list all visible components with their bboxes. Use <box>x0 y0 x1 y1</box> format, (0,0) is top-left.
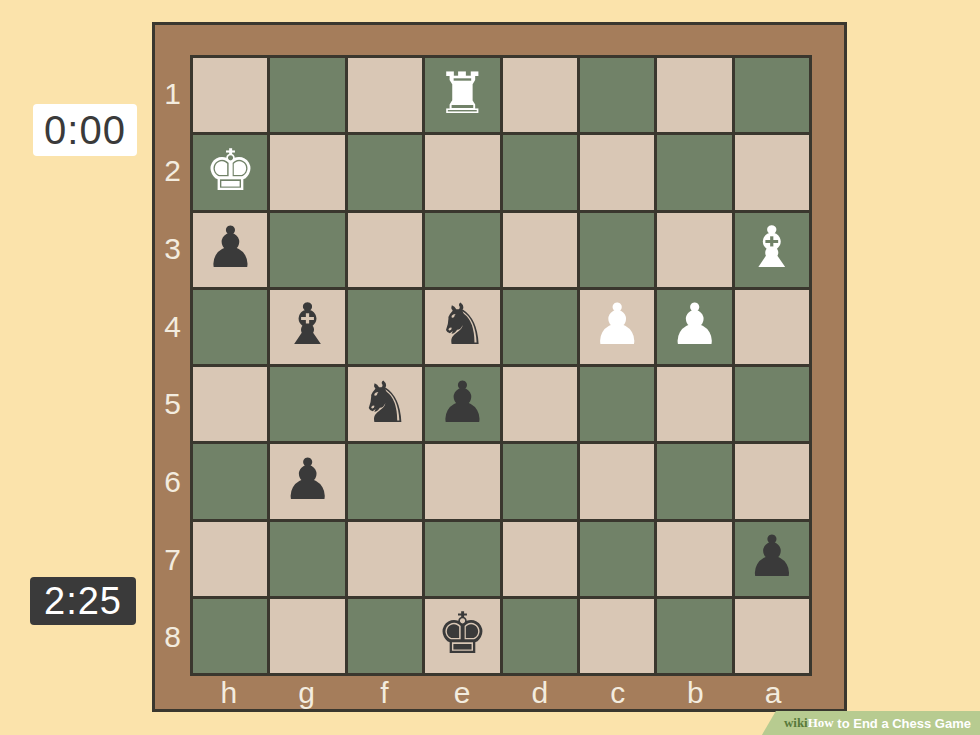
square-a6[interactable] <box>735 444 809 518</box>
square-b4[interactable]: ♟ <box>657 290 731 364</box>
square-c7[interactable] <box>580 522 654 596</box>
rank-label-8: 8 <box>155 598 190 676</box>
black-knight: ♞ <box>437 296 488 353</box>
square-h6[interactable] <box>193 444 267 518</box>
square-d8[interactable] <box>503 599 577 673</box>
white-clock-time: 0:00 <box>44 110 126 150</box>
square-d5[interactable] <box>503 367 577 441</box>
rank-label-7: 7 <box>155 521 190 599</box>
square-e1[interactable]: ♜ <box>425 58 499 132</box>
square-g7[interactable] <box>270 522 344 596</box>
rank-labels: 12345678 <box>155 55 190 676</box>
white-bishop: ♝ <box>746 219 797 276</box>
chess-board: ♜♚♟♝♝♞♟♟♞♟♟♟♚ <box>190 55 812 676</box>
square-f5[interactable]: ♞ <box>348 367 422 441</box>
black-knight: ♞ <box>359 374 410 431</box>
square-g8[interactable] <box>270 599 344 673</box>
rank-label-6: 6 <box>155 443 190 521</box>
square-a7[interactable]: ♟ <box>735 522 809 596</box>
wikihow-logo-how: How <box>808 715 834 731</box>
square-a1[interactable] <box>735 58 809 132</box>
square-h8[interactable] <box>193 599 267 673</box>
square-d7[interactable] <box>503 522 577 596</box>
square-b7[interactable] <box>657 522 731 596</box>
square-d6[interactable] <box>503 444 577 518</box>
square-b2[interactable] <box>657 135 731 209</box>
square-b5[interactable] <box>657 367 731 441</box>
square-e3[interactable] <box>425 213 499 287</box>
white-rook: ♜ <box>437 65 488 122</box>
square-c6[interactable] <box>580 444 654 518</box>
file-label-f: f <box>346 676 424 710</box>
square-e7[interactable] <box>425 522 499 596</box>
square-d3[interactable] <box>503 213 577 287</box>
square-c1[interactable] <box>580 58 654 132</box>
square-h2[interactable]: ♚ <box>193 135 267 209</box>
square-e8[interactable]: ♚ <box>425 599 499 673</box>
square-c2[interactable] <box>580 135 654 209</box>
black-pawn: ♟ <box>282 451 333 508</box>
square-a2[interactable] <box>735 135 809 209</box>
square-e4[interactable]: ♞ <box>425 290 499 364</box>
square-a8[interactable] <box>735 599 809 673</box>
page: 0:00 2:25 12345678 ♜♚♟♝♝♞♟♟♞♟♟♟♚ hgfedcb… <box>0 0 980 735</box>
file-label-b: b <box>657 676 735 710</box>
black-bishop: ♝ <box>282 296 333 353</box>
square-g4[interactable]: ♝ <box>270 290 344 364</box>
white-pawn: ♟ <box>669 296 720 353</box>
square-a5[interactable] <box>735 367 809 441</box>
black-clock-time: 2:25 <box>44 582 122 620</box>
board-frame: 12345678 ♜♚♟♝♝♞♟♟♞♟♟♟♚ hgfedcba <box>152 22 847 712</box>
black-pawn: ♟ <box>437 374 488 431</box>
square-h7[interactable] <box>193 522 267 596</box>
square-g2[interactable] <box>270 135 344 209</box>
square-g5[interactable] <box>270 367 344 441</box>
square-f7[interactable] <box>348 522 422 596</box>
square-c4[interactable]: ♟ <box>580 290 654 364</box>
black-pawn: ♟ <box>205 219 256 276</box>
square-e6[interactable] <box>425 444 499 518</box>
file-label-h: h <box>190 676 268 710</box>
square-d2[interactable] <box>503 135 577 209</box>
square-h1[interactable] <box>193 58 267 132</box>
square-f8[interactable] <box>348 599 422 673</box>
white-clock: 0:00 <box>33 104 137 156</box>
rank-label-5: 5 <box>155 366 190 444</box>
square-b3[interactable] <box>657 213 731 287</box>
file-label-c: c <box>579 676 657 710</box>
square-h4[interactable] <box>193 290 267 364</box>
black-king: ♚ <box>437 605 488 662</box>
square-b8[interactable] <box>657 599 731 673</box>
square-f2[interactable] <box>348 135 422 209</box>
square-c5[interactable] <box>580 367 654 441</box>
black-pawn: ♟ <box>746 528 797 585</box>
square-g3[interactable] <box>270 213 344 287</box>
square-f6[interactable] <box>348 444 422 518</box>
file-label-g: g <box>268 676 346 710</box>
square-b6[interactable] <box>657 444 731 518</box>
square-a3[interactable]: ♝ <box>735 213 809 287</box>
file-labels: hgfedcba <box>190 676 812 710</box>
square-d4[interactable] <box>503 290 577 364</box>
white-king: ♚ <box>205 142 256 199</box>
square-d1[interactable] <box>503 58 577 132</box>
rank-label-4: 4 <box>155 288 190 366</box>
square-h5[interactable] <box>193 367 267 441</box>
square-c8[interactable] <box>580 599 654 673</box>
white-pawn: ♟ <box>592 296 643 353</box>
watermark-title: to End a Chess Game <box>834 716 971 731</box>
wikihow-watermark: wikiHow to End a Chess Game <box>762 711 980 735</box>
square-f1[interactable] <box>348 58 422 132</box>
square-g6[interactable]: ♟ <box>270 444 344 518</box>
wikihow-logo-wiki: wiki <box>784 715 808 731</box>
square-c3[interactable] <box>580 213 654 287</box>
rank-label-2: 2 <box>155 133 190 211</box>
square-f4[interactable] <box>348 290 422 364</box>
square-b1[interactable] <box>657 58 731 132</box>
rank-label-3: 3 <box>155 210 190 288</box>
black-clock: 2:25 <box>30 577 136 625</box>
square-f3[interactable] <box>348 213 422 287</box>
square-e2[interactable] <box>425 135 499 209</box>
file-label-a: a <box>734 676 812 710</box>
square-e5[interactable]: ♟ <box>425 367 499 441</box>
rank-label-1: 1 <box>155 55 190 133</box>
file-label-e: e <box>423 676 501 710</box>
square-g1[interactable] <box>270 58 344 132</box>
square-h3[interactable]: ♟ <box>193 213 267 287</box>
file-label-d: d <box>501 676 579 710</box>
square-a4[interactable] <box>735 290 809 364</box>
